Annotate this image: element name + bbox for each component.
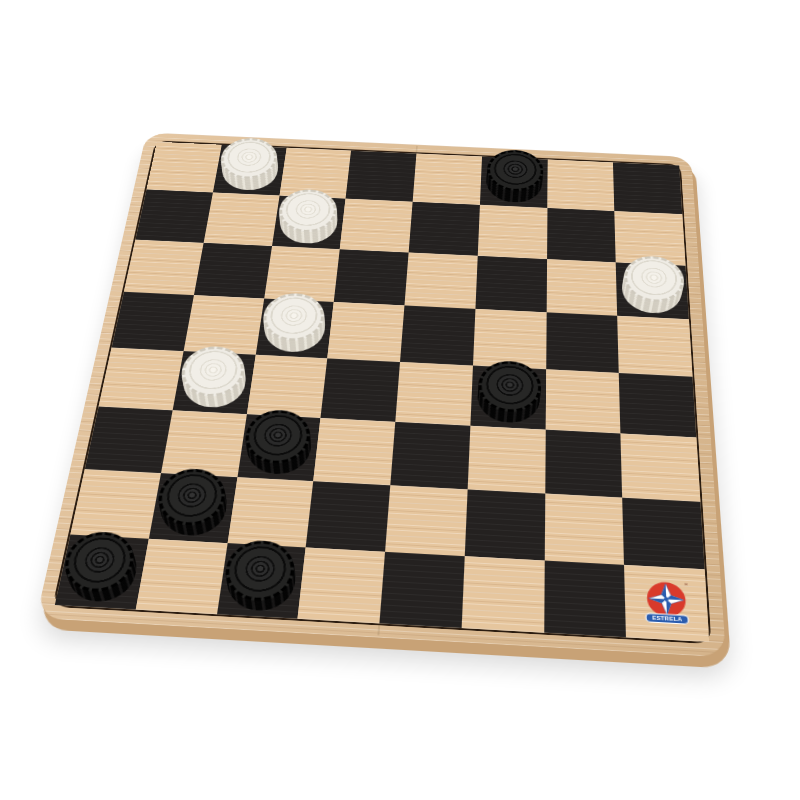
- square-r4c1[interactable]: [172, 351, 255, 414]
- square-r0c5[interactable]: [480, 157, 548, 208]
- black-piece[interactable]: [476, 371, 540, 425]
- square-r2c1[interactable]: [194, 242, 272, 298]
- square-r2c4[interactable]: [404, 252, 477, 309]
- square-r5c4[interactable]: [390, 422, 470, 489]
- square-r4c2[interactable]: [246, 355, 327, 418]
- square-r0c1[interactable]: [213, 145, 287, 196]
- square-r5c5[interactable]: [467, 426, 545, 494]
- logo-banner-text: ESTRELA: [652, 615, 683, 623]
- checkers-board: ESTRELA ®: [36, 132, 726, 657]
- square-r2c0[interactable]: [124, 239, 204, 295]
- square-r6c4[interactable]: [385, 485, 467, 556]
- product-photo-scene: ESTRELA ®: [0, 0, 800, 800]
- square-r6c3[interactable]: [306, 481, 390, 552]
- square-r0c3[interactable]: [346, 151, 417, 202]
- square-r5c2[interactable]: [237, 414, 321, 481]
- square-r4c3[interactable]: [321, 358, 400, 421]
- square-r0c4[interactable]: [413, 154, 482, 205]
- square-r7c3[interactable]: [298, 548, 385, 624]
- square-r3c1[interactable]: [183, 295, 263, 354]
- square-r1c4[interactable]: [409, 202, 480, 256]
- square-r3c7[interactable]: [617, 316, 692, 377]
- square-r7c2[interactable]: [216, 543, 305, 618]
- square-r3c6[interactable]: [546, 313, 619, 373]
- square-r1c1[interactable]: [203, 192, 279, 245]
- square-r1c6[interactable]: [547, 208, 616, 262]
- black-piece[interactable]: [156, 478, 230, 537]
- black-piece[interactable]: [244, 419, 314, 475]
- square-r3c4[interactable]: [400, 306, 475, 366]
- square-r0c7[interactable]: [613, 162, 682, 214]
- square-r7c4[interactable]: [379, 552, 464, 628]
- square-r5c7[interactable]: [621, 433, 701, 501]
- square-r0c0[interactable]: [147, 142, 222, 192]
- white-piece[interactable]: [278, 200, 340, 245]
- square-r5c1[interactable]: [161, 410, 247, 477]
- square-r1c2[interactable]: [272, 195, 346, 249]
- square-r7c5[interactable]: [461, 556, 544, 632]
- square-r4c7[interactable]: [619, 373, 696, 437]
- square-r7c7[interactable]: ESTRELA ®: [624, 565, 709, 642]
- square-r3c2[interactable]: [255, 299, 334, 359]
- square-r5c3[interactable]: [314, 418, 396, 485]
- square-r2c5[interactable]: [475, 255, 546, 312]
- black-piece[interactable]: [63, 541, 142, 604]
- square-r2c6[interactable]: [546, 259, 617, 316]
- white-piece[interactable]: [622, 267, 683, 315]
- square-r2c3[interactable]: [334, 249, 409, 306]
- square-r4c5[interactable]: [470, 366, 546, 430]
- estrela-logo: ESTRELA ®: [638, 577, 694, 628]
- square-r3c0[interactable]: [112, 292, 194, 351]
- square-r1c0[interactable]: [135, 189, 212, 242]
- white-piece[interactable]: [179, 356, 249, 409]
- black-piece[interactable]: [224, 549, 299, 612]
- square-r7c1[interactable]: [135, 539, 227, 614]
- square-r2c7[interactable]: [616, 262, 689, 319]
- square-r1c5[interactable]: [478, 205, 547, 259]
- square-r4c4[interactable]: [395, 362, 472, 426]
- square-r5c6[interactable]: [545, 429, 623, 497]
- square-r7c0[interactable]: [55, 535, 149, 610]
- square-r1c3[interactable]: [340, 199, 413, 253]
- board-grid: ESTRELA ®: [55, 142, 709, 642]
- logo-registered-mark: ®: [684, 582, 688, 587]
- square-r4c0[interactable]: [99, 348, 184, 411]
- square-r5c0[interactable]: [85, 406, 172, 472]
- square-r7c6[interactable]: [544, 561, 627, 638]
- white-piece[interactable]: [262, 303, 328, 353]
